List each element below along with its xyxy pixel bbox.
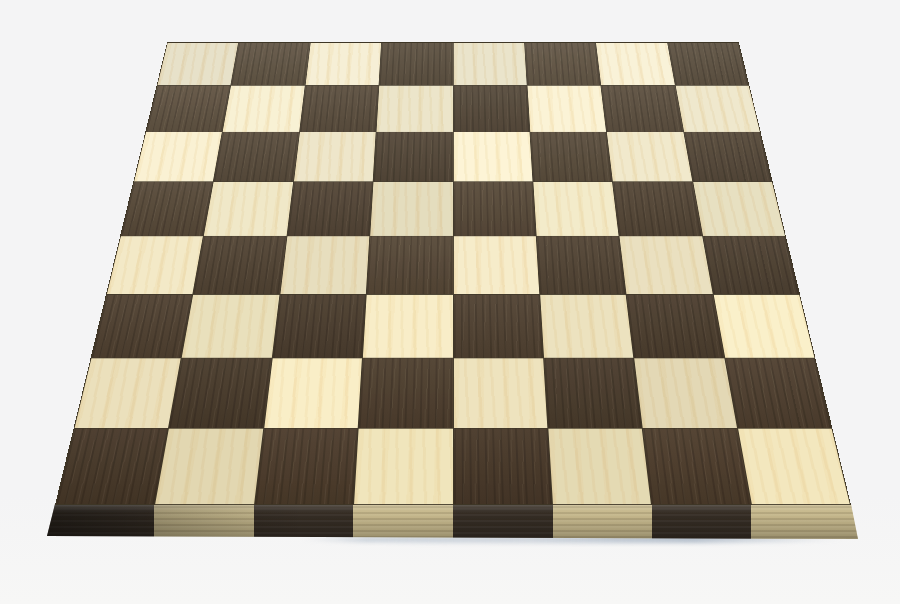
square-e2[interactable] xyxy=(453,359,547,428)
square-g5[interactable] xyxy=(613,182,702,235)
square-f6[interactable] xyxy=(530,132,612,181)
square-c8[interactable] xyxy=(305,43,381,86)
square-b6[interactable] xyxy=(214,132,299,181)
square-e3[interactable] xyxy=(453,295,543,358)
square-f3[interactable] xyxy=(540,295,633,358)
square-c1[interactable] xyxy=(255,428,358,504)
square-d2[interactable] xyxy=(359,359,453,428)
square-c7[interactable] xyxy=(300,86,379,132)
square-f8[interactable] xyxy=(525,43,601,86)
square-a1[interactable] xyxy=(56,428,168,504)
square-d4[interactable] xyxy=(367,236,453,294)
square-d1[interactable] xyxy=(354,428,452,504)
square-c2[interactable] xyxy=(264,359,362,428)
chessboard xyxy=(55,42,851,505)
square-g7[interactable] xyxy=(601,86,683,132)
square-h1[interactable] xyxy=(738,428,850,504)
square-g6[interactable] xyxy=(607,132,692,181)
square-d3[interactable] xyxy=(363,295,453,358)
square-e7[interactable] xyxy=(453,86,529,132)
product-photo-stage xyxy=(0,0,900,604)
square-a2[interactable] xyxy=(75,359,181,428)
square-g8[interactable] xyxy=(596,43,674,86)
square-a7[interactable] xyxy=(146,86,230,132)
square-f2[interactable] xyxy=(544,359,642,428)
square-b8[interactable] xyxy=(231,43,309,86)
square-a8[interactable] xyxy=(157,43,238,86)
square-h7[interactable] xyxy=(675,86,759,132)
square-g3[interactable] xyxy=(627,295,724,358)
square-b5[interactable] xyxy=(204,182,293,235)
square-a3[interactable] xyxy=(92,295,193,358)
square-e6[interactable] xyxy=(453,132,532,181)
square-f4[interactable] xyxy=(537,236,626,294)
square-e4[interactable] xyxy=(453,236,539,294)
square-b7[interactable] xyxy=(223,86,305,132)
square-g2[interactable] xyxy=(634,359,736,428)
square-e5[interactable] xyxy=(453,182,535,235)
square-h2[interactable] xyxy=(725,359,831,428)
square-h8[interactable] xyxy=(668,43,749,86)
square-g4[interactable] xyxy=(620,236,713,294)
square-b4[interactable] xyxy=(194,236,287,294)
square-h5[interactable] xyxy=(693,182,785,235)
board-front-edge xyxy=(40,500,870,544)
square-f5[interactable] xyxy=(533,182,618,235)
square-b3[interactable] xyxy=(182,295,279,358)
square-d6[interactable] xyxy=(374,132,453,181)
square-d8[interactable] xyxy=(379,43,452,86)
square-g1[interactable] xyxy=(643,428,751,504)
square-e8[interactable] xyxy=(453,43,526,86)
square-c5[interactable] xyxy=(287,182,372,235)
square-c4[interactable] xyxy=(280,236,369,294)
square-a5[interactable] xyxy=(121,182,213,235)
square-b2[interactable] xyxy=(169,359,271,428)
square-c3[interactable] xyxy=(272,295,365,358)
square-a6[interactable] xyxy=(134,132,222,181)
square-d7[interactable] xyxy=(377,86,453,132)
square-h6[interactable] xyxy=(684,132,772,181)
square-d5[interactable] xyxy=(370,182,452,235)
square-f7[interactable] xyxy=(527,86,606,132)
square-e1[interactable] xyxy=(453,428,551,504)
square-h4[interactable] xyxy=(703,236,799,294)
square-f1[interactable] xyxy=(548,428,651,504)
square-h3[interactable] xyxy=(713,295,814,358)
square-b1[interactable] xyxy=(156,428,264,504)
square-c6[interactable] xyxy=(294,132,376,181)
square-a4[interactable] xyxy=(107,236,203,294)
